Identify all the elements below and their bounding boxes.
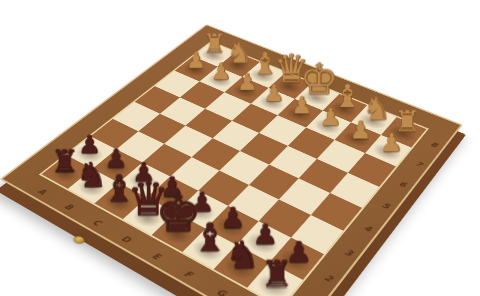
file-label-d: D xyxy=(119,234,133,244)
light-pawn-glyph: ♟ xyxy=(237,70,258,93)
rank-label-5: 5 xyxy=(381,201,392,210)
dark-rook-glyph: ♜ xyxy=(51,146,79,177)
rank-label-2: 2 xyxy=(323,272,335,283)
file-label-g: G xyxy=(214,287,228,296)
rank-label-7: 7 xyxy=(414,160,424,168)
light-pawn-glyph: ♟ xyxy=(263,81,284,104)
dark-knight-glyph: ♞ xyxy=(225,235,259,273)
light-pawn-glyph: ♟ xyxy=(211,60,231,83)
rank-label-3: 3 xyxy=(343,247,355,257)
file-label-a: A xyxy=(35,187,48,196)
rank-label-6: 6 xyxy=(398,180,409,189)
light-pawn-glyph: ♟ xyxy=(186,49,206,71)
dark-bishop-glyph: ♝ xyxy=(192,217,227,256)
brass-hinge-left-icon xyxy=(72,235,87,246)
light-pawn-glyph: ♟ xyxy=(349,117,371,142)
light-pawn-glyph: ♟ xyxy=(320,105,342,129)
dark-rook-glyph: ♜ xyxy=(260,256,292,292)
file-label-e: E xyxy=(150,251,163,261)
light-rook-glyph: ♜ xyxy=(203,31,226,57)
rank-label-4: 4 xyxy=(362,223,373,233)
file-label-f: F xyxy=(182,269,195,280)
rank-label-8: 8 xyxy=(429,141,439,149)
photo-scene: ABCDEFGH87654321 ♜♞♝♛♚♝♞♜♟♟♟♟♟♟♟♟♟♟♟♟♟♟♟… xyxy=(0,0,480,296)
file-label-b: B xyxy=(62,202,75,211)
light-pawn-glyph: ♟ xyxy=(291,93,312,117)
board-frame: ABCDEFGH87654321 ♜♞♝♛♚♝♞♜♟♟♟♟♟♟♟♟♟♟♟♟♟♟♟… xyxy=(0,24,463,296)
product-photo: ABCDEFGH87654321 ♜♞♝♛♚♝♞♜♟♟♟♟♟♟♟♟♟♟♟♟♟♟♟… xyxy=(0,0,480,296)
chess-board: ABCDEFGH87654321 ♜♞♝♛♚♝♞♜♟♟♟♟♟♟♟♟♟♟♟♟♟♟♟… xyxy=(0,24,463,296)
file-label-c: C xyxy=(90,218,103,228)
light-pawn-glyph: ♟ xyxy=(380,130,402,155)
